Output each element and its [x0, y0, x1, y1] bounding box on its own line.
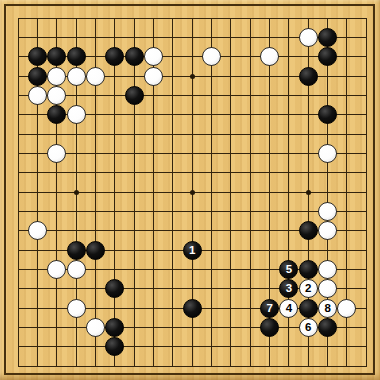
grid-line-vertical — [230, 18, 231, 367]
white-stone — [86, 318, 105, 337]
white-stone — [67, 67, 86, 86]
black-stone — [105, 337, 124, 356]
white-stone — [28, 221, 47, 240]
white-stone — [144, 47, 163, 66]
black-stone-move-7: 7 — [260, 299, 279, 318]
white-stone — [67, 105, 86, 124]
white-stone — [299, 28, 318, 47]
white-stone-move-2: 2 — [299, 279, 318, 298]
grid-line-horizontal — [18, 211, 367, 212]
grid-line-horizontal — [18, 134, 367, 135]
black-stone — [299, 67, 318, 86]
grid-line-horizontal — [18, 18, 367, 19]
star-point — [74, 190, 79, 195]
black-stone-move-3: 3 — [279, 279, 298, 298]
black-stone — [318, 318, 337, 337]
grid-line-vertical — [211, 18, 212, 367]
go-board: 15372486 — [0, 0, 380, 380]
black-stone — [67, 47, 86, 66]
white-stone — [202, 47, 221, 66]
grid-line-vertical — [114, 18, 115, 367]
white-stone-move-6: 6 — [299, 318, 318, 337]
black-stone — [125, 86, 144, 105]
black-stone — [47, 105, 66, 124]
star-point — [190, 74, 195, 79]
black-stone — [86, 241, 105, 260]
black-stone-move-5: 5 — [279, 260, 298, 279]
grid-line-horizontal — [18, 95, 367, 96]
white-stone — [67, 299, 86, 318]
grid-line-vertical — [18, 18, 19, 367]
white-stone — [67, 260, 86, 279]
white-stone — [47, 144, 66, 163]
black-stone — [260, 318, 279, 337]
black-stone — [318, 105, 337, 124]
grid-line-horizontal — [18, 366, 367, 367]
black-stone — [183, 299, 202, 318]
black-stone — [299, 260, 318, 279]
white-stone-move-4: 4 — [279, 299, 298, 318]
white-stone — [318, 221, 337, 240]
white-stone — [318, 279, 337, 298]
white-stone — [47, 260, 66, 279]
white-stone — [28, 86, 47, 105]
star-point — [306, 190, 311, 195]
black-stone — [105, 279, 124, 298]
black-stone — [125, 47, 144, 66]
grid-line-horizontal — [18, 153, 367, 154]
star-point — [190, 190, 195, 195]
grid-line-horizontal — [18, 172, 367, 173]
black-stone — [28, 47, 47, 66]
white-stone — [47, 67, 66, 86]
white-stone — [260, 47, 279, 66]
white-stone — [337, 299, 356, 318]
black-stone-move-1: 1 — [183, 241, 202, 260]
grid-line-vertical — [366, 18, 367, 367]
white-stone — [86, 67, 105, 86]
white-stone — [318, 260, 337, 279]
white-stone — [318, 144, 337, 163]
white-stone — [47, 86, 66, 105]
grid-line-vertical — [134, 18, 135, 367]
black-stone — [299, 221, 318, 240]
black-stone — [318, 47, 337, 66]
grid-line-vertical — [172, 18, 173, 367]
black-stone — [67, 241, 86, 260]
black-stone — [28, 67, 47, 86]
white-stone — [144, 67, 163, 86]
grid-line-horizontal — [18, 346, 367, 347]
black-stone — [47, 47, 66, 66]
grid-line-vertical — [250, 18, 251, 367]
black-stone — [105, 47, 124, 66]
black-stone — [105, 318, 124, 337]
black-stone — [299, 299, 318, 318]
white-stone-move-8: 8 — [318, 299, 337, 318]
black-stone — [318, 28, 337, 47]
white-stone — [318, 202, 337, 221]
